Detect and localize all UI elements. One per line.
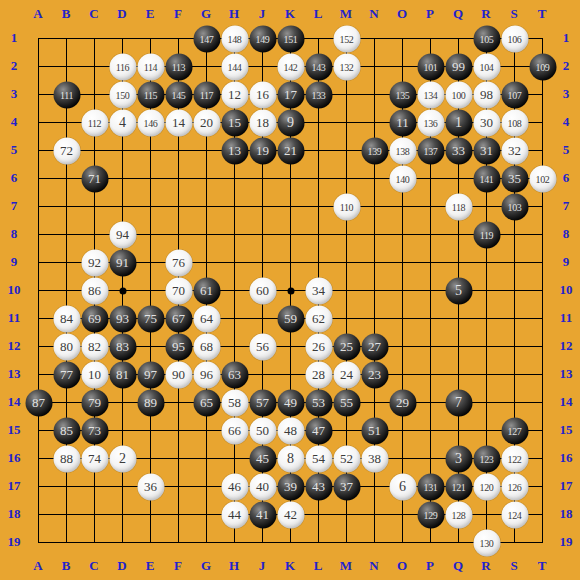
row-label-left: 16 bbox=[2, 448, 26, 468]
stone[interactable]: 26 bbox=[305, 333, 332, 360]
col-label-bottom: G bbox=[194, 556, 218, 576]
stone[interactable]: 55 bbox=[333, 389, 360, 416]
stone[interactable]: 130 bbox=[473, 529, 500, 556]
stone[interactable]: 95 bbox=[165, 333, 192, 360]
stone[interactable]: 142 bbox=[277, 53, 304, 80]
stone[interactable]: 29 bbox=[389, 389, 416, 416]
stone[interactable]: 152 bbox=[333, 25, 360, 52]
col-label-top: T bbox=[530, 4, 554, 24]
stone[interactable]: 45 bbox=[249, 445, 276, 472]
stone[interactable]: 12 bbox=[221, 81, 248, 108]
col-label-bottom: Q bbox=[446, 556, 470, 576]
stone[interactable]: 136 bbox=[417, 109, 444, 136]
stone[interactable]: 146 bbox=[137, 109, 164, 136]
col-label-bottom: J bbox=[250, 556, 274, 576]
row-label-left: 7 bbox=[2, 196, 26, 216]
col-label-bottom: M bbox=[334, 556, 358, 576]
stone[interactable]: 102 bbox=[529, 165, 556, 192]
stone[interactable]: 141 bbox=[473, 165, 500, 192]
stone[interactable]: 105 bbox=[473, 25, 500, 52]
col-label-top: C bbox=[82, 4, 106, 24]
col-label-top: K bbox=[278, 4, 302, 24]
star-point bbox=[287, 287, 294, 294]
stone[interactable]: 129 bbox=[417, 501, 444, 528]
stone[interactable]: 98 bbox=[473, 81, 500, 108]
stone[interactable]: 15 bbox=[221, 109, 248, 136]
stone[interactable]: 31 bbox=[473, 137, 500, 164]
stone[interactable]: 71 bbox=[81, 165, 108, 192]
stone[interactable]: 90 bbox=[165, 361, 192, 388]
row-label-right: 2 bbox=[554, 56, 578, 76]
row-label-left: 9 bbox=[2, 252, 26, 272]
stone[interactable]: 79 bbox=[81, 389, 108, 416]
stone[interactable]: 57 bbox=[249, 389, 276, 416]
stone[interactable]: 81 bbox=[109, 361, 136, 388]
stone[interactable]: 92 bbox=[81, 249, 108, 276]
stone[interactable]: 115 bbox=[137, 81, 164, 108]
row-label-right: 4 bbox=[554, 112, 578, 132]
stone[interactable]: 138 bbox=[389, 137, 416, 164]
stone[interactable]: 101 bbox=[417, 53, 444, 80]
stone[interactable]: 120 bbox=[473, 473, 500, 500]
stone[interactable]: 49 bbox=[277, 389, 304, 416]
col-label-bottom: T bbox=[530, 556, 554, 576]
stone[interactable]: 132 bbox=[333, 53, 360, 80]
row-label-left: 4 bbox=[2, 112, 26, 132]
stone[interactable]: 10 bbox=[81, 361, 108, 388]
row-label-left: 15 bbox=[2, 420, 26, 440]
col-label-top: R bbox=[474, 4, 498, 24]
stone[interactable]: 2 bbox=[109, 445, 136, 472]
stone[interactable]: 65 bbox=[193, 389, 220, 416]
stone[interactable]: 66 bbox=[221, 417, 248, 444]
stone[interactable]: 93 bbox=[109, 305, 136, 332]
stone[interactable]: 33 bbox=[445, 137, 472, 164]
stone[interactable]: 94 bbox=[109, 221, 136, 248]
stone[interactable]: 61 bbox=[193, 277, 220, 304]
stone[interactable]: 108 bbox=[501, 109, 528, 136]
stone[interactable]: 137 bbox=[417, 137, 444, 164]
row-label-left: 3 bbox=[2, 84, 26, 104]
stone[interactable]: 56 bbox=[249, 333, 276, 360]
row-label-right: 19 bbox=[554, 532, 578, 552]
star-point bbox=[119, 287, 126, 294]
row-label-right: 11 bbox=[554, 308, 578, 328]
stone[interactable]: 107 bbox=[501, 81, 528, 108]
row-label-left: 13 bbox=[2, 364, 26, 384]
col-label-bottom: F bbox=[166, 556, 190, 576]
stone[interactable]: 119 bbox=[473, 221, 500, 248]
stone[interactable]: 144 bbox=[221, 53, 248, 80]
stone[interactable]: 96 bbox=[193, 361, 220, 388]
stone[interactable]: 109 bbox=[529, 53, 556, 80]
stone[interactable]: 140 bbox=[389, 165, 416, 192]
stone[interactable]: 37 bbox=[333, 473, 360, 500]
row-label-left: 8 bbox=[2, 224, 26, 244]
row-label-right: 3 bbox=[554, 84, 578, 104]
stone[interactable]: 76 bbox=[165, 249, 192, 276]
row-label-right: 6 bbox=[554, 168, 578, 188]
stone[interactable]: 106 bbox=[501, 25, 528, 52]
stone[interactable]: 35 bbox=[501, 165, 528, 192]
stone[interactable]: 126 bbox=[501, 473, 528, 500]
stone[interactable]: 3 bbox=[445, 445, 472, 472]
stone[interactable]: 111 bbox=[53, 81, 80, 108]
stone[interactable]: 36 bbox=[137, 473, 164, 500]
col-label-bottom: L bbox=[306, 556, 330, 576]
stone[interactable]: 123 bbox=[473, 445, 500, 472]
stone[interactable]: 127 bbox=[501, 417, 528, 444]
stone[interactable]: 63 bbox=[221, 361, 248, 388]
stone[interactable]: 13 bbox=[221, 137, 248, 164]
col-label-top: J bbox=[250, 4, 274, 24]
stone[interactable]: 110 bbox=[333, 193, 360, 220]
col-label-top: H bbox=[222, 4, 246, 24]
col-label-bottom: K bbox=[278, 556, 302, 576]
stone[interactable]: 99 bbox=[445, 53, 472, 80]
go-board-diagram: ABCDEFGHJKLMNOPQRST ABCDEFGHJKLMNOPQRST … bbox=[0, 0, 580, 580]
stone[interactable]: 128 bbox=[445, 501, 472, 528]
stone[interactable]: 139 bbox=[361, 137, 388, 164]
row-label-right: 14 bbox=[554, 392, 578, 412]
col-label-top: Q bbox=[446, 4, 470, 24]
row-label-left: 11 bbox=[2, 308, 26, 328]
stone[interactable]: 97 bbox=[137, 361, 164, 388]
stone[interactable]: 58 bbox=[221, 389, 248, 416]
col-label-bottom: A bbox=[26, 556, 50, 576]
stone[interactable]: 34 bbox=[305, 277, 332, 304]
row-label-right: 5 bbox=[554, 140, 578, 160]
stone[interactable]: 118 bbox=[445, 193, 472, 220]
stone[interactable]: 85 bbox=[53, 417, 80, 444]
stone[interactable]: 18 bbox=[249, 109, 276, 136]
stone[interactable]: 133 bbox=[305, 81, 332, 108]
col-label-top: F bbox=[166, 4, 190, 24]
stone[interactable]: 122 bbox=[501, 445, 528, 472]
col-label-bottom: S bbox=[502, 556, 526, 576]
row-label-right: 9 bbox=[554, 252, 578, 272]
row-label-right: 8 bbox=[554, 224, 578, 244]
stone[interactable]: 25 bbox=[333, 333, 360, 360]
stone[interactable]: 39 bbox=[277, 473, 304, 500]
col-label-bottom: P bbox=[418, 556, 442, 576]
stone[interactable]: 5 bbox=[445, 277, 472, 304]
stone[interactable]: 54 bbox=[305, 445, 332, 472]
row-label-left: 2 bbox=[2, 56, 26, 76]
col-label-top: A bbox=[26, 4, 50, 24]
stone[interactable]: 52 bbox=[333, 445, 360, 472]
stone[interactable]: 50 bbox=[249, 417, 276, 444]
stone[interactable]: 72 bbox=[53, 137, 80, 164]
stone[interactable]: 16 bbox=[249, 81, 276, 108]
stone[interactable]: 143 bbox=[305, 53, 332, 80]
stone[interactable]: 42 bbox=[277, 501, 304, 528]
stone[interactable]: 59 bbox=[277, 305, 304, 332]
col-label-top: D bbox=[110, 4, 134, 24]
col-label-bottom: R bbox=[474, 556, 498, 576]
col-label-bottom: H bbox=[222, 556, 246, 576]
stone[interactable]: 41 bbox=[249, 501, 276, 528]
stone[interactable]: 19 bbox=[249, 137, 276, 164]
col-label-bottom: O bbox=[390, 556, 414, 576]
col-label-top: S bbox=[502, 4, 526, 24]
stone[interactable]: 103 bbox=[501, 193, 528, 220]
col-label-bottom: E bbox=[138, 556, 162, 576]
stone[interactable]: 53 bbox=[305, 389, 332, 416]
col-label-bottom: B bbox=[54, 556, 78, 576]
stone[interactable]: 28 bbox=[305, 361, 332, 388]
stone[interactable]: 4 bbox=[109, 109, 136, 136]
stone[interactable]: 24 bbox=[333, 361, 360, 388]
stone[interactable]: 124 bbox=[501, 501, 528, 528]
row-label-left: 5 bbox=[2, 140, 26, 160]
stone[interactable]: 83 bbox=[109, 333, 136, 360]
col-label-bottom: C bbox=[82, 556, 106, 576]
stone[interactable]: 30 bbox=[473, 109, 500, 136]
stone[interactable]: 17 bbox=[277, 81, 304, 108]
stone[interactable]: 74 bbox=[81, 445, 108, 472]
row-label-right: 17 bbox=[554, 476, 578, 496]
stone[interactable]: 75 bbox=[137, 305, 164, 332]
stone[interactable]: 69 bbox=[81, 305, 108, 332]
col-label-bottom: N bbox=[362, 556, 386, 576]
stone[interactable]: 67 bbox=[165, 305, 192, 332]
stone[interactable]: 6 bbox=[389, 473, 416, 500]
stone[interactable]: 84 bbox=[53, 305, 80, 332]
stone[interactable]: 8 bbox=[277, 445, 304, 472]
stone[interactable]: 116 bbox=[109, 53, 136, 80]
stone[interactable]: 89 bbox=[137, 389, 164, 416]
stone[interactable]: 134 bbox=[417, 81, 444, 108]
stone[interactable]: 7 bbox=[445, 389, 472, 416]
row-label-right: 12 bbox=[554, 336, 578, 356]
stone[interactable]: 70 bbox=[165, 277, 192, 304]
stone[interactable]: 113 bbox=[165, 53, 192, 80]
stone[interactable]: 14 bbox=[165, 109, 192, 136]
stone[interactable]: 86 bbox=[81, 277, 108, 304]
row-label-right: 7 bbox=[554, 196, 578, 216]
stone[interactable]: 47 bbox=[305, 417, 332, 444]
stone[interactable]: 121 bbox=[445, 473, 472, 500]
stone[interactable]: 20 bbox=[193, 109, 220, 136]
row-label-right: 16 bbox=[554, 448, 578, 468]
stone[interactable]: 46 bbox=[221, 473, 248, 500]
stone[interactable]: 145 bbox=[165, 81, 192, 108]
row-label-left: 10 bbox=[2, 280, 26, 300]
col-label-bottom: D bbox=[110, 556, 134, 576]
stone[interactable]: 151 bbox=[277, 25, 304, 52]
row-label-right: 13 bbox=[554, 364, 578, 384]
col-label-top: E bbox=[138, 4, 162, 24]
stone[interactable]: 80 bbox=[53, 333, 80, 360]
stone[interactable]: 40 bbox=[249, 473, 276, 500]
stone[interactable]: 91 bbox=[109, 249, 136, 276]
stone[interactable]: 100 bbox=[445, 81, 472, 108]
stone[interactable]: 38 bbox=[361, 445, 388, 472]
stone[interactable]: 148 bbox=[221, 25, 248, 52]
stone[interactable]: 131 bbox=[417, 473, 444, 500]
stone[interactable]: 43 bbox=[305, 473, 332, 500]
stone[interactable]: 135 bbox=[389, 81, 416, 108]
col-label-top: N bbox=[362, 4, 386, 24]
row-label-left: 6 bbox=[2, 168, 26, 188]
stone[interactable]: 104 bbox=[473, 53, 500, 80]
stone[interactable]: 1 bbox=[445, 109, 472, 136]
stone[interactable]: 21 bbox=[277, 137, 304, 164]
stone[interactable]: 112 bbox=[81, 109, 108, 136]
stone[interactable]: 48 bbox=[277, 417, 304, 444]
row-label-left: 18 bbox=[2, 504, 26, 524]
stone[interactable]: 23 bbox=[361, 361, 388, 388]
stone[interactable]: 62 bbox=[305, 305, 332, 332]
col-label-top: O bbox=[390, 4, 414, 24]
row-label-left: 12 bbox=[2, 336, 26, 356]
stone[interactable]: 77 bbox=[53, 361, 80, 388]
stone[interactable]: 117 bbox=[193, 81, 220, 108]
row-label-left: 17 bbox=[2, 476, 26, 496]
row-label-left: 1 bbox=[2, 28, 26, 48]
stone[interactable]: 51 bbox=[361, 417, 388, 444]
row-label-left: 14 bbox=[2, 392, 26, 412]
stone[interactable]: 87 bbox=[25, 389, 52, 416]
stone[interactable]: 114 bbox=[137, 53, 164, 80]
row-label-left: 19 bbox=[2, 532, 26, 552]
col-label-top: P bbox=[418, 4, 442, 24]
stone[interactable]: 64 bbox=[193, 305, 220, 332]
col-label-top: L bbox=[306, 4, 330, 24]
stone[interactable]: 68 bbox=[193, 333, 220, 360]
col-label-top: B bbox=[54, 4, 78, 24]
stone[interactable]: 9 bbox=[277, 109, 304, 136]
stone[interactable]: 147 bbox=[193, 25, 220, 52]
col-label-top: G bbox=[194, 4, 218, 24]
stone[interactable]: 150 bbox=[109, 81, 136, 108]
row-label-right: 15 bbox=[554, 420, 578, 440]
stone[interactable]: 60 bbox=[249, 277, 276, 304]
stone[interactable]: 73 bbox=[81, 417, 108, 444]
stone[interactable]: 11 bbox=[389, 109, 416, 136]
stone[interactable]: 32 bbox=[501, 137, 528, 164]
stone[interactable]: 88 bbox=[53, 445, 80, 472]
stone[interactable]: 27 bbox=[361, 333, 388, 360]
stone[interactable]: 82 bbox=[81, 333, 108, 360]
stone[interactable]: 149 bbox=[249, 25, 276, 52]
row-label-right: 1 bbox=[554, 28, 578, 48]
stone[interactable]: 44 bbox=[221, 501, 248, 528]
row-label-right: 18 bbox=[554, 504, 578, 524]
row-label-right: 10 bbox=[554, 280, 578, 300]
col-label-top: M bbox=[334, 4, 358, 24]
